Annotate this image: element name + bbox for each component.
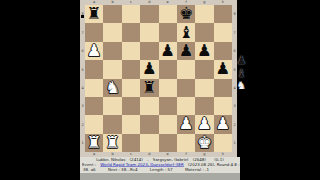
square-a3[interactable] xyxy=(85,97,103,115)
square-g3[interactable] xyxy=(195,97,213,115)
piece-white-pawn[interactable]: ♟ xyxy=(197,115,212,133)
piece-white-rook[interactable]: ♜ xyxy=(87,134,102,152)
square-c4[interactable] xyxy=(122,79,140,97)
square-d6[interactable] xyxy=(140,42,158,60)
players-separator: - xyxy=(147,157,148,162)
captured-white-knight-icon: ♞ xyxy=(236,80,247,93)
piece-black-rook[interactable]: ♜ xyxy=(142,79,157,97)
square-a4[interactable] xyxy=(85,79,103,97)
event-details: (2023.08.26), Round 4.8 : 202 xyxy=(188,162,240,167)
square-b4[interactable]: ♞ xyxy=(103,79,121,97)
square-f7[interactable]: ♝ xyxy=(177,23,195,41)
game-info-panel: Lubbe, Nikolas (2414) - Sargsyan, Gabrie… xyxy=(80,157,240,173)
square-d5[interactable]: ♟ xyxy=(140,60,158,78)
square-a8[interactable]: ♜ xyxy=(85,5,103,23)
piece-black-king[interactable]: ♚ xyxy=(179,5,194,23)
square-e7[interactable] xyxy=(159,23,177,41)
square-b3[interactable] xyxy=(103,97,121,115)
piece-black-pawn[interactable]: ♟ xyxy=(160,42,175,60)
square-e8[interactable] xyxy=(159,5,177,23)
square-a5[interactable] xyxy=(85,60,103,78)
square-h7[interactable] xyxy=(214,23,232,41)
square-a2[interactable] xyxy=(85,115,103,133)
square-b8[interactable] xyxy=(103,5,121,23)
square-f2[interactable]: ♟ xyxy=(177,115,195,133)
square-c8[interactable] xyxy=(122,5,140,23)
square-e1[interactable] xyxy=(159,134,177,152)
square-h8[interactable] xyxy=(214,5,232,23)
rank-label-3: 3 xyxy=(232,97,237,115)
square-g2[interactable]: ♟ xyxy=(195,115,213,133)
square-h1[interactable] xyxy=(214,134,232,152)
rank-label-8: 8 xyxy=(232,5,237,23)
black-player-name: Sargsyan, Gabriel xyxy=(153,157,189,162)
square-d2[interactable] xyxy=(140,115,158,133)
file-label-g: g xyxy=(195,0,213,4)
piece-black-pawn[interactable]: ♟ xyxy=(197,42,212,60)
file-label-e: e xyxy=(159,0,177,4)
square-a7[interactable] xyxy=(85,23,103,41)
square-h6[interactable] xyxy=(214,42,232,60)
rank-label-7: 7 xyxy=(232,23,237,41)
square-c2[interactable] xyxy=(122,115,140,133)
square-d4[interactable]: ♜ xyxy=(140,79,158,97)
square-b2[interactable] xyxy=(103,115,121,133)
square-c6[interactable] xyxy=(122,42,140,60)
file-labels-top: abcdefgh xyxy=(85,0,232,4)
square-e3[interactable] xyxy=(159,97,177,115)
square-c5[interactable] xyxy=(122,60,140,78)
square-b7[interactable] xyxy=(103,23,121,41)
status-line: 38. a6 Next : 38...Rc4 Length : 57 Mater… xyxy=(80,167,240,172)
square-g4[interactable] xyxy=(195,79,213,97)
square-a1[interactable]: ♜ xyxy=(85,134,103,152)
piece-white-king[interactable]: ♚ xyxy=(197,134,212,152)
square-h2[interactable]: ♟ xyxy=(214,115,232,133)
chess-board[interactable]: ♜♚♝♟♟♟♟♟♟♞♜♟♟♟♜♜♚ xyxy=(85,5,232,152)
square-f1[interactable] xyxy=(177,134,195,152)
square-c1[interactable] xyxy=(122,134,140,152)
square-g6[interactable]: ♟ xyxy=(195,42,213,60)
square-e5[interactable] xyxy=(159,60,177,78)
piece-black-pawn[interactable]: ♟ xyxy=(215,60,230,78)
captured-black-pawn-icon: ♟ xyxy=(236,55,247,68)
file-label-d: d xyxy=(140,0,158,4)
rank-label-1: 1 xyxy=(232,134,237,152)
square-d1[interactable] xyxy=(140,134,158,152)
square-d7[interactable] xyxy=(140,23,158,41)
piece-white-rook[interactable]: ♜ xyxy=(105,134,120,152)
file-label-b: b xyxy=(103,0,121,4)
piece-white-pawn[interactable]: ♟ xyxy=(87,42,102,60)
piece-black-bishop[interactable]: ♝ xyxy=(179,24,194,42)
square-g8[interactable] xyxy=(195,5,213,23)
square-c7[interactable] xyxy=(122,23,140,41)
file-label-f: f xyxy=(177,0,195,4)
board-margin: abcdefgh abcdefgh 87654321 87654321 ♜♚♝♟… xyxy=(80,0,237,157)
square-d3[interactable] xyxy=(140,97,158,115)
white-player-name: Lubbe, Nikolas xyxy=(96,157,125,162)
square-f3[interactable] xyxy=(177,97,195,115)
square-e2[interactable] xyxy=(159,115,177,133)
black-to-move-indicator xyxy=(81,15,85,19)
square-g7[interactable] xyxy=(195,23,213,41)
bottom-gray-bar xyxy=(80,173,240,180)
rank-label-2: 2 xyxy=(232,115,237,133)
square-e4[interactable] xyxy=(159,79,177,97)
piece-white-knight[interactable]: ♞ xyxy=(105,79,120,97)
next-move-label: Next : 38...Rc4 xyxy=(108,167,138,172)
square-h5[interactable]: ♟ xyxy=(214,60,232,78)
piece-black-pawn[interactable]: ♟ xyxy=(179,42,194,60)
square-g1[interactable]: ♚ xyxy=(195,134,213,152)
chess-app-window: abcdefgh abcdefgh 87654321 87654321 ♜♚♝♟… xyxy=(80,0,240,180)
square-a6[interactable]: ♟ xyxy=(85,42,103,60)
piece-white-pawn[interactable]: ♟ xyxy=(215,115,230,133)
square-f8[interactable]: ♚ xyxy=(177,5,195,23)
length-label: Length : 57 xyxy=(150,167,173,172)
square-e6[interactable]: ♟ xyxy=(159,42,177,60)
piece-white-pawn[interactable]: ♟ xyxy=(179,115,194,133)
material-imbalance-tray: ♟♝♞ xyxy=(236,55,247,93)
game-result: (0-1) xyxy=(214,157,224,162)
event-link[interactable]: World Rapid Team 2023, Duesseldorf GER xyxy=(100,162,183,167)
square-b1[interactable]: ♜ xyxy=(103,134,121,152)
square-f6[interactable]: ♟ xyxy=(177,42,195,60)
square-f4[interactable] xyxy=(177,79,195,97)
piece-black-pawn[interactable]: ♟ xyxy=(142,60,157,78)
square-b5[interactable] xyxy=(103,60,121,78)
piece-black-rook[interactable]: ♜ xyxy=(87,5,102,23)
video-frame: abcdefgh abcdefgh 87654321 87654321 ♜♚♝♟… xyxy=(0,0,320,180)
file-label-a: a xyxy=(85,0,103,4)
square-b6[interactable] xyxy=(103,42,121,60)
square-h4[interactable] xyxy=(214,79,232,97)
black-player-elo: (2648) xyxy=(193,157,206,162)
square-g5[interactable] xyxy=(195,60,213,78)
last-move-label: 38. a6 xyxy=(83,167,96,172)
event-label: Event : xyxy=(82,162,96,167)
file-label-c: c xyxy=(122,0,140,4)
square-h3[interactable] xyxy=(214,97,232,115)
file-label-h: h xyxy=(214,0,232,4)
square-c3[interactable] xyxy=(122,97,140,115)
white-player-elo: (2414) xyxy=(130,157,143,162)
square-d8[interactable] xyxy=(140,5,158,23)
square-f5[interactable] xyxy=(177,60,195,78)
material-label: Material : -1 xyxy=(185,167,209,172)
